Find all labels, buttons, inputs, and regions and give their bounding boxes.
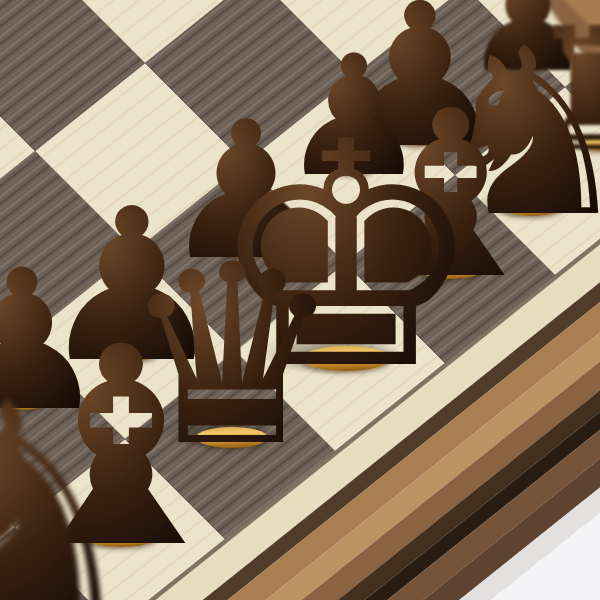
piece-b8-black-knight[interactable]: ♞	[16, 415, 18, 600]
pieces-layer: ♞♝♛♚♝♞♜♟♟♟♟♟♟	[0, 0, 600, 600]
chess-photo-stage: ♞♝♛♚♝♞♜♟♟♟♟♟♟	[0, 0, 600, 600]
knight-glyph: ♞	[0, 366, 150, 600]
piece-e8-black-king[interactable]: ♚	[345, 134, 347, 359]
